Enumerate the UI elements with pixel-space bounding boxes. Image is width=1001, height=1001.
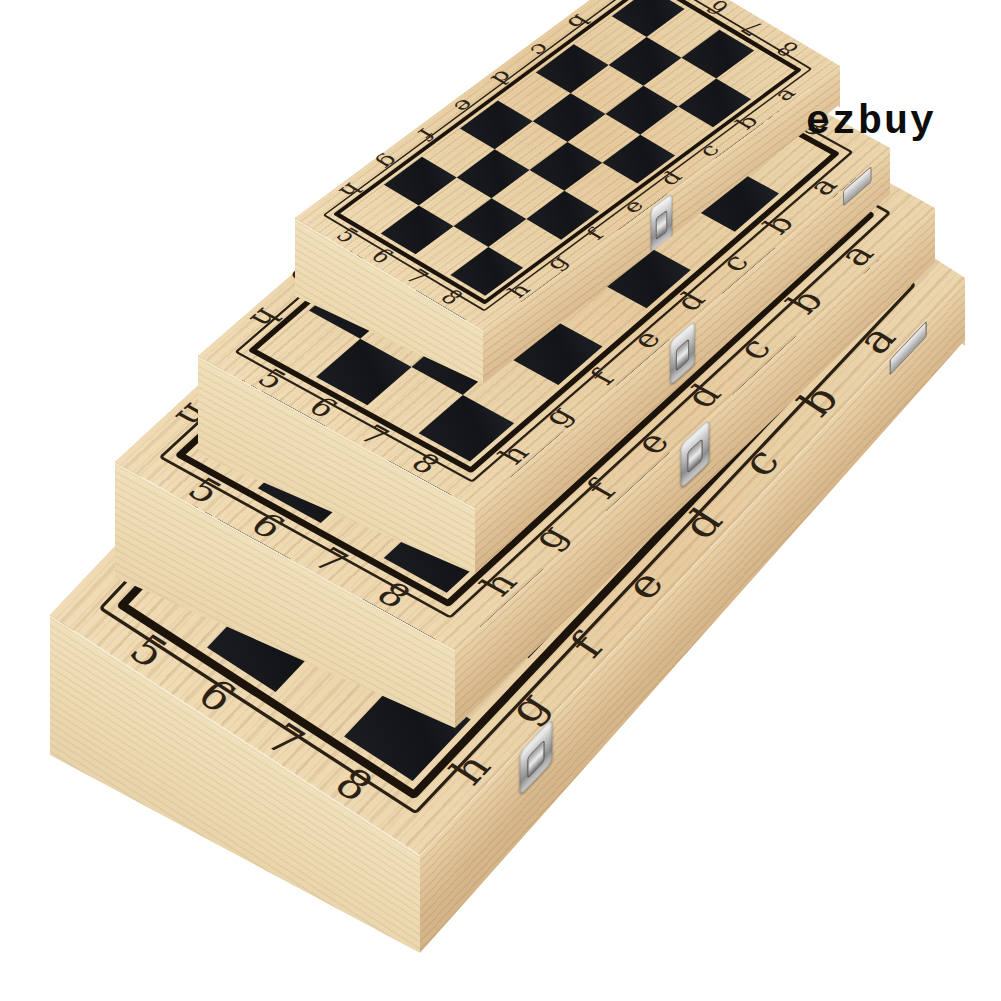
square-a6	[625, 71, 720, 137]
square-c6	[497, 279, 623, 385]
box-2-half-chessboard	[265, 43, 823, 462]
square-b6	[564, 159, 678, 241]
square-e5	[348, 265, 462, 347]
file-label-d-far: d	[421, 151, 462, 178]
file-label-e-far: e	[286, 349, 339, 391]
file-label-e-far: e	[323, 258, 371, 291]
square-g7	[454, 198, 527, 247]
file-label-c-far: c	[466, 114, 506, 140]
square-a8	[750, 245, 876, 351]
rank-label-6-left: 6	[191, 672, 244, 719]
square-a5	[552, 77, 666, 159]
chess-box-2: hhggffeeddccbbaa55667788	[0, 0, 1001, 1001]
square-g7	[412, 329, 507, 395]
square-a6	[613, 157, 739, 263]
square-a7	[681, 30, 754, 79]
square-e5	[312, 358, 438, 464]
rank-label-5-right: 5	[635, 85, 688, 132]
box-1-outer-frame-line	[323, 0, 813, 311]
square-b8	[678, 78, 751, 127]
file-label-c-near: c	[734, 441, 787, 482]
file-label-g-near: g	[541, 252, 572, 272]
file-label-h-near: h	[493, 440, 534, 467]
square-d8	[588, 323, 702, 405]
square-e6	[411, 300, 525, 382]
box-3-far-side	[115, 20, 595, 662]
corner-hinge-icon	[890, 321, 927, 376]
file-label-g-near: g	[537, 402, 578, 429]
rank-label-6-right: 6	[696, 92, 743, 128]
square-f8	[507, 318, 602, 384]
square-a6	[647, 9, 720, 58]
file-label-a-near: a	[849, 318, 903, 360]
rank-label-6-left: 6	[244, 507, 291, 543]
square-d7	[568, 114, 641, 163]
rank-label-8-right: 8	[821, 161, 868, 197]
square-b7	[623, 262, 749, 368]
rank-label-8-left: 8	[328, 761, 381, 808]
file-label-a-near: a	[770, 84, 800, 104]
square-h8	[419, 395, 514, 461]
square-g8	[463, 357, 558, 423]
file-label-h-far: h	[245, 304, 286, 331]
file-label-a-far: a	[554, 37, 594, 64]
box-1-left-side	[295, 218, 483, 530]
square-d6	[493, 186, 588, 252]
square-d5	[441, 157, 536, 223]
file-label-g-far: g	[169, 471, 224, 515]
file-label-f-near: f	[582, 226, 607, 242]
square-e8	[537, 370, 651, 452]
box-4-far-side	[50, 38, 595, 815]
file-label-d-near: d	[670, 287, 711, 314]
file-label-e-near: e	[626, 326, 666, 352]
square-h6	[381, 206, 454, 255]
file-label-b-far: b	[475, 116, 525, 150]
file-label-a-near: a	[832, 238, 881, 271]
square-e8	[518, 491, 644, 597]
square-c7	[588, 175, 683, 241]
square-c5	[536, 44, 609, 93]
rank-label-6-right: 6	[702, 0, 733, 18]
square-f7	[456, 290, 551, 356]
square-e6	[381, 402, 507, 508]
rank-label-5-right: 5	[633, 57, 680, 93]
square-c8	[639, 276, 753, 358]
file-label-a-far: a	[518, 103, 572, 145]
rank-label-5-left: 5	[252, 364, 292, 393]
file-label-g-far: g	[220, 351, 270, 385]
square-g7	[372, 429, 486, 511]
file-label-d-near: d	[655, 168, 686, 188]
square-d7	[544, 214, 639, 280]
file-label-a-far: a	[601, 0, 631, 3]
square-g6	[265, 525, 391, 631]
square-c5	[450, 171, 564, 253]
file-label-b-far: b	[459, 164, 514, 208]
file-label-e-near: e	[618, 197, 648, 216]
square-c6	[537, 147, 632, 213]
file-label-f-far: f	[231, 414, 278, 449]
rank-label-8-right: 8	[772, 38, 803, 59]
file-label-h-near: h	[474, 567, 524, 601]
square-f5	[422, 129, 495, 178]
file-label-e-near: e	[618, 564, 671, 606]
square-f6	[323, 463, 449, 569]
box-1-half-chessboard	[346, 0, 789, 296]
rank-label-7-left: 7	[259, 717, 312, 764]
square-a5	[612, 0, 685, 37]
square-e5	[460, 101, 533, 150]
square-g7	[334, 569, 460, 675]
box-1-top-face: hhggffeeddccbbaa55667788	[295, 0, 840, 330]
box-2-outer-frame-line	[234, 21, 853, 483]
file-label-b-near: b	[780, 285, 830, 319]
file-label-f-far: f	[275, 308, 318, 335]
square-g5	[246, 359, 360, 441]
box-2-top-face: hhggffeeddccbbaa55667788	[198, 0, 890, 508]
file-label-b-near: b	[731, 112, 762, 132]
square-f7	[492, 170, 565, 219]
rank-label-6-left: 6	[303, 393, 343, 422]
box-4-half-chessboard	[139, 112, 877, 781]
file-label-c-far: c	[425, 164, 473, 196]
rank-label-7-left: 7	[401, 266, 432, 287]
rank-label-6-left: 6	[367, 245, 398, 266]
square-d5	[498, 72, 571, 121]
square-b8	[684, 165, 779, 231]
square-c8	[639, 204, 734, 270]
square-e7	[500, 252, 595, 318]
chess-box-4: hhggffeeddccbbaa55667788	[0, 0, 1001, 1001]
square-a5	[574, 43, 669, 109]
rank-label-6-right: 6	[703, 130, 756, 177]
square-f8	[460, 552, 586, 658]
file-label-b-near: b	[791, 379, 846, 423]
square-a8	[716, 50, 789, 99]
square-a7	[676, 99, 771, 165]
file-label-c-near: c	[730, 333, 778, 365]
square-h7	[276, 631, 402, 737]
box-1-near-side	[483, 66, 840, 530]
latch-clasp-icon	[520, 718, 552, 796]
file-label-c-far: c	[402, 226, 455, 267]
file-label-g-far: g	[289, 266, 330, 293]
square-b7	[632, 137, 727, 203]
box-4-inner-frame-line	[116, 93, 899, 800]
box-3-outer-frame-line	[158, 51, 891, 619]
watermark: ezbuy	[806, 100, 936, 145]
file-label-h-near: h	[503, 280, 534, 300]
rank-label-7-right: 7	[758, 127, 805, 163]
rank-label-5-left: 5	[122, 628, 175, 675]
square-e5	[397, 196, 492, 262]
file-label-d-far: d	[487, 68, 518, 88]
square-f5	[353, 234, 448, 300]
square-b8	[690, 229, 804, 311]
square-g5	[384, 157, 457, 206]
square-h6	[316, 339, 411, 405]
box-3-inner-frame-line	[174, 63, 875, 608]
square-d7	[508, 385, 634, 491]
rank-label-7-right: 7	[745, 82, 785, 111]
rank-label-7-right: 7	[772, 174, 825, 221]
box-3-half-chessboard	[195, 77, 855, 592]
square-c7	[605, 86, 678, 135]
file-label-f-near: f	[579, 476, 622, 503]
file-label-a-near: a	[802, 173, 842, 200]
file-label-e-far: e	[449, 96, 479, 115]
square-c7	[576, 241, 690, 323]
square-a6	[615, 112, 729, 194]
square-g6	[309, 394, 423, 476]
square-d8	[602, 135, 675, 184]
rank-label-8-left: 8	[370, 577, 417, 613]
rank-label-7-right: 7	[737, 18, 768, 39]
file-label-f-near: f	[563, 629, 610, 664]
file-label-c-near: c	[694, 141, 723, 160]
file-label-b-far: b	[510, 74, 551, 101]
rank-label-8-left: 8	[436, 287, 467, 308]
rank-label-5-left: 5	[332, 224, 363, 245]
box-2-left-side	[198, 356, 475, 708]
square-b5	[486, 173, 612, 279]
file-label-h-near: h	[443, 747, 498, 791]
square-a7	[681, 201, 807, 307]
file-label-h-far: h	[335, 180, 366, 200]
file-label-f-far: f	[336, 230, 371, 252]
square-f7	[423, 382, 537, 464]
square-f6	[360, 347, 474, 429]
square-b5	[530, 81, 625, 147]
file-label-d-near: d	[678, 379, 728, 413]
file-label-d-far: d	[343, 286, 398, 330]
square-d6	[533, 93, 606, 142]
square-h5	[139, 542, 265, 648]
square-d6	[462, 253, 576, 335]
file-label-g-far: g	[373, 152, 404, 172]
square-h5	[346, 185, 419, 234]
square-b6	[581, 109, 676, 175]
file-label-b-far: b	[563, 12, 594, 32]
square-b5	[501, 124, 615, 206]
file-label-b-near: b	[758, 211, 799, 238]
file-label-g-near: g	[525, 520, 575, 554]
box-3-left-side	[115, 462, 455, 850]
square-h7	[321, 476, 435, 558]
box-2-inner-frame-line	[248, 31, 841, 474]
square-c8	[634, 368, 760, 474]
square-b7	[643, 58, 716, 107]
square-f8	[526, 191, 599, 240]
box-3-near-side	[455, 208, 935, 850]
square-c5	[486, 119, 581, 185]
square-f5	[255, 419, 381, 525]
square-f5	[297, 312, 411, 394]
square-e7	[530, 142, 603, 191]
square-c7	[565, 324, 691, 430]
square-h7	[367, 367, 462, 433]
file-label-a-far: a	[527, 70, 576, 103]
square-h5	[265, 311, 360, 377]
file-label-c-far: c	[526, 40, 555, 59]
square-g8	[435, 464, 549, 546]
latch-clasp-icon	[651, 193, 672, 253]
square-g8	[488, 219, 561, 268]
square-d8	[576, 430, 702, 536]
square-h6	[258, 441, 372, 523]
chess-box-3: hhggffeeddccbbaa55667788	[0, 0, 1001, 1001]
square-g5	[309, 272, 404, 338]
square-h8	[450, 247, 523, 296]
square-b6	[555, 218, 681, 324]
square-e7	[450, 447, 576, 553]
box-2-far-side	[198, 0, 613, 556]
square-c6	[571, 65, 644, 114]
square-h6	[207, 586, 333, 692]
file-label-h-far: h	[169, 398, 219, 432]
square-h7	[416, 226, 489, 275]
file-label-c-near: c	[715, 250, 755, 276]
box-4-near-side	[420, 278, 965, 1001]
square-f7	[392, 508, 518, 614]
file-label-g-near: g	[501, 686, 556, 730]
square-f8	[486, 417, 600, 499]
box-4-top-face: hhggffeeddccbbaa55667788	[50, 38, 965, 855]
square-g8	[402, 614, 528, 720]
square-f6	[404, 262, 499, 328]
rank-label-8-right: 8	[840, 219, 893, 266]
box-2-near-side	[475, 148, 890, 708]
chess-box-1: hhggffeeddccbbaa55667788	[0, 0, 1001, 1001]
file-label-d-far: d	[373, 210, 423, 244]
product-photo-stage: hhggffeeddccbbaa55667788hhggffeeddccbbaa…	[0, 0, 1001, 1001]
square-b6	[609, 37, 682, 86]
file-label-e-near: e	[628, 426, 676, 459]
file-label-e-far: e	[378, 190, 418, 216]
rank-label-5-left: 5	[181, 473, 228, 509]
rank-label-8-left: 8	[406, 449, 446, 478]
box-4-left-side	[50, 615, 420, 1001]
square-g6	[360, 300, 455, 366]
square-e6	[495, 121, 568, 170]
square-d7	[525, 288, 639, 370]
square-a7	[678, 147, 792, 229]
square-a5	[544, 112, 670, 218]
latch-clasp-icon	[670, 320, 695, 385]
square-e8	[551, 280, 646, 346]
square-d5	[399, 218, 513, 300]
rank-label-6-right: 6	[694, 54, 734, 83]
latch-clasp-icon	[681, 419, 710, 489]
square-d5	[370, 296, 496, 402]
box-2-right-side	[613, 0, 890, 348]
square-c5	[428, 235, 554, 341]
square-b7	[627, 194, 741, 276]
square-e8	[564, 163, 637, 212]
square-c6	[513, 206, 627, 288]
file-label-d-near: d	[675, 502, 730, 546]
square-g6	[419, 177, 492, 226]
square-h5	[195, 406, 309, 488]
file-label-h-far: h	[111, 532, 166, 576]
file-label-f-far: f	[414, 126, 439, 142]
box-1-inner-frame-line	[333, 0, 802, 305]
corner-hinge-icon	[843, 166, 871, 207]
square-h8	[344, 675, 470, 781]
box-4-outer-frame-line	[98, 78, 917, 815]
box-3-right-side	[595, 20, 935, 408]
rank-label-7-left: 7	[355, 421, 395, 450]
square-d8	[595, 242, 690, 308]
square-d6	[439, 341, 565, 447]
square-a8	[741, 182, 855, 264]
rank-label-7-left: 7	[307, 542, 354, 578]
square-f6	[457, 149, 530, 198]
square-c8	[640, 107, 713, 156]
square-h8	[384, 511, 498, 593]
square-e6	[449, 224, 544, 290]
rank-label-5-right: 5	[642, 26, 682, 55]
square-e7	[474, 335, 588, 417]
box-1-far-side	[295, 0, 652, 418]
square-b5	[574, 16, 647, 65]
file-label-f-near: f	[584, 367, 619, 389]
square-g5	[197, 480, 323, 586]
square-b8	[692, 307, 818, 413]
